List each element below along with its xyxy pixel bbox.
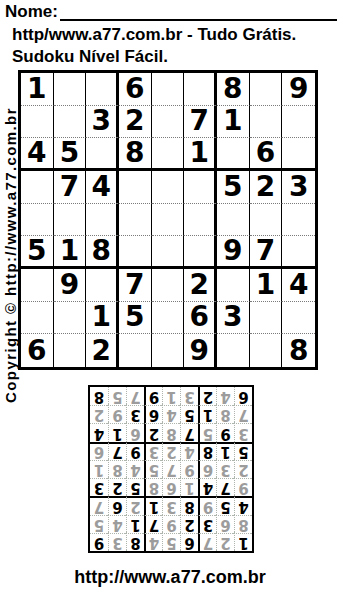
solution-cell-r8c6: 6 (144, 405, 162, 423)
solution-cell-r3c2: 5 (216, 496, 234, 514)
puzzle-cell-r6c4 (119, 236, 152, 269)
puzzle-cell-r9c7 (217, 334, 250, 367)
puzzle-cell-r5c2 (54, 204, 87, 237)
puzzle-cell-r4c6 (184, 171, 217, 204)
solution-cell-r6c1: 5 (234, 442, 252, 460)
puzzle-cell-r9c6: 9 (184, 334, 217, 367)
solution-cell-r4c3: 4 (198, 478, 216, 496)
solution-cell-r6c3: 8 (198, 442, 216, 460)
puzzle-cell-r9c3: 2 (86, 334, 119, 367)
puzzle-cell-r7c3 (86, 269, 119, 302)
puzzle-cell-r8c6: 6 (184, 302, 217, 335)
puzzle-cell-r5c9 (282, 204, 315, 237)
solution-cell-r2c1: 8 (234, 515, 252, 533)
name-blank-line (60, 4, 337, 21)
puzzle-cell-r5c1 (21, 204, 54, 237)
puzzle-cell-r8c8 (250, 302, 283, 335)
footer-url: http://www.a77.com.br (0, 567, 340, 588)
solution-cell-r7c4: 7 (180, 423, 198, 441)
solution-cell-r6c8: 7 (108, 442, 126, 460)
solution-cell-r8c3: 1 (198, 405, 216, 423)
solution-cell-r5c8: 8 (108, 460, 126, 478)
solution-cell-r1c2: 2 (216, 533, 234, 551)
solution-cell-r9c2: 4 (216, 387, 234, 405)
solution-cell-r8c7: 3 (126, 405, 144, 423)
puzzle-cell-r3c6: 1 (184, 138, 217, 171)
solution-cell-r7c5: 8 (162, 423, 180, 441)
solution-cell-r1c8: 3 (108, 533, 126, 551)
puzzle-cell-r5c7 (217, 204, 250, 237)
puzzle-cell-r8c1 (21, 302, 54, 335)
solution-cell-r5c6: 5 (144, 460, 162, 478)
solution-cell-r8c2: 8 (216, 405, 234, 423)
puzzle-cell-r4c1 (21, 171, 54, 204)
puzzle-cell-r3c3 (86, 138, 119, 171)
solution-cell-r1c9: 9 (90, 533, 108, 551)
puzzle-cell-r5c8 (250, 204, 283, 237)
solution-cell-r9c3: 2 (198, 387, 216, 405)
solution-cell-r6c2: 1 (216, 442, 234, 460)
puzzle-cell-r7c6: 2 (184, 269, 217, 302)
puzzle-cell-r9c4 (119, 334, 152, 367)
solution-cell-r9c4: 3 (180, 387, 198, 405)
solution-cell-r5c7: 4 (126, 460, 144, 478)
puzzle-cell-r7c1 (21, 269, 54, 302)
puzzle-cell-r7c9: 4 (282, 269, 315, 302)
puzzle-cell-r6c7: 9 (217, 236, 250, 269)
solution-cell-r9c5: 1 (162, 387, 180, 405)
solution-cell-r3c4: 8 (180, 496, 198, 514)
puzzle-cell-r9c2 (54, 334, 87, 367)
solution-cell-r7c6: 2 (144, 423, 162, 441)
solution-cell-r4c8: 2 (108, 478, 126, 496)
solution-cell-r6c5: 2 (162, 442, 180, 460)
puzzle-cell-r2c3: 3 (86, 106, 119, 139)
puzzle-cell-r2c6: 7 (184, 106, 217, 139)
solution-cell-r1c6: 4 (144, 533, 162, 551)
name-label: Nome: (5, 3, 58, 21)
puzzle-cell-r8c3: 1 (86, 302, 119, 335)
solution-cell-r1c7: 8 (126, 533, 144, 551)
puzzle-cell-r2c4: 2 (119, 106, 152, 139)
solution-cell-r2c7: 1 (126, 515, 144, 533)
puzzle-cell-r3c2: 5 (54, 138, 87, 171)
solution-cell-r1c1: 1 (234, 533, 252, 551)
puzzle-cell-r4c4 (119, 171, 152, 204)
solution-cell-r4c7: 5 (126, 478, 144, 496)
puzzle-cell-r8c4: 5 (119, 302, 152, 335)
puzzle-cell-r6c2: 1 (54, 236, 87, 269)
solution-cell-r4c4: 1 (180, 478, 198, 496)
puzzle-cell-r1c6 (184, 73, 217, 106)
solution-cell-r5c1: 2 (234, 460, 252, 478)
puzzle-cell-r2c5 (152, 106, 185, 139)
solution-cell-r6c4: 4 (180, 442, 198, 460)
solution-cell-r4c5: 6 (162, 478, 180, 496)
puzzle-cell-r6c5 (152, 236, 185, 269)
solution-cell-r1c4: 6 (180, 533, 198, 551)
solution-cell-r8c9: 2 (90, 405, 108, 423)
puzzle-cell-r2c1 (21, 106, 54, 139)
solution-cell-r7c8: 1 (108, 423, 126, 441)
puzzle-cell-r4c9: 3 (282, 171, 315, 204)
puzzle-cell-r1c5 (152, 73, 185, 106)
puzzle-cell-r4c8: 2 (250, 171, 283, 204)
puzzle-cell-r3c1: 4 (21, 138, 54, 171)
puzzle-cell-r3c5 (152, 138, 185, 171)
solution-cell-r3c7: 2 (126, 496, 144, 514)
puzzle-cell-r2c7: 1 (217, 106, 250, 139)
puzzle-cell-r1c9: 9 (282, 73, 315, 106)
solution-cell-r9c9: 8 (90, 387, 108, 405)
solution-cell-r7c3: 5 (198, 423, 216, 441)
puzzle-cell-r1c4: 6 (119, 73, 152, 106)
solution-cell-r5c4: 9 (180, 460, 198, 478)
puzzle-cell-r9c8 (250, 334, 283, 367)
puzzle-cell-r1c3 (86, 73, 119, 106)
solution-cell-r2c9: 5 (90, 515, 108, 533)
solution-cell-r2c2: 6 (216, 515, 234, 533)
sudoku-puzzle-grid: 168932714581674523518979721415636298 (18, 70, 318, 370)
solution-cell-r3c6: 1 (144, 496, 162, 514)
solution-cell-r8c1: 7 (234, 405, 252, 423)
solution-cell-r7c9: 4 (90, 423, 108, 441)
solution-cell-r4c2: 7 (216, 478, 234, 496)
puzzle-cell-r4c5 (152, 171, 185, 204)
puzzle-cell-r1c2 (54, 73, 87, 106)
puzzle-cell-r7c4: 7 (119, 269, 152, 302)
solution-cell-r2c8: 4 (108, 515, 126, 533)
puzzle-cell-r3c7 (217, 138, 250, 171)
solution-cell-r3c5: 3 (162, 496, 180, 514)
solution-cell-r2c4: 2 (180, 515, 198, 533)
solution-cell-r6c9: 6 (90, 442, 108, 460)
puzzle-cell-r3c9 (282, 138, 315, 171)
solution-cell-r8c4: 5 (180, 405, 198, 423)
solution-cell-r2c5: 9 (162, 515, 180, 533)
solution-cell-r3c9: 7 (90, 496, 108, 514)
solution-cell-r5c3: 6 (198, 460, 216, 478)
solution-cell-r5c9: 1 (90, 460, 108, 478)
sudoku-sheet: Nome: http/www.a77.com.br - Tudo Grátis.… (0, 0, 340, 596)
solution-cell-r9c7: 7 (126, 387, 144, 405)
sudoku-solution-grid-rotated: 1276548398632971454598312679741685232369… (88, 385, 254, 553)
solution-cell-r4c9: 3 (90, 478, 108, 496)
puzzle-cell-r7c5 (152, 269, 185, 302)
solution-cell-r6c6: 3 (144, 442, 162, 460)
puzzle-cell-r6c1: 5 (21, 236, 54, 269)
solution-cell-r8c8: 9 (108, 405, 126, 423)
puzzle-cell-r2c2 (54, 106, 87, 139)
solution-cell-r7c7: 6 (126, 423, 144, 441)
solution-cell-r1c3: 7 (198, 533, 216, 551)
name-row: Nome: (5, 3, 337, 21)
solution-cell-r3c1: 4 (234, 496, 252, 514)
puzzle-level-title: Sudoku Nível Fácil. (12, 47, 168, 67)
puzzle-cell-r3c4: 8 (119, 138, 152, 171)
puzzle-cell-r6c8: 7 (250, 236, 283, 269)
puzzle-cell-r2c9 (282, 106, 315, 139)
solution-cell-r7c2: 9 (216, 423, 234, 441)
solution-cell-r8c5: 4 (162, 405, 180, 423)
solution-cell-r4c1: 9 (234, 478, 252, 496)
puzzle-cell-r9c1: 6 (21, 334, 54, 367)
puzzle-cell-r5c5 (152, 204, 185, 237)
solution-cell-r5c2: 3 (216, 460, 234, 478)
puzzle-cell-r7c8: 1 (250, 269, 283, 302)
site-title: http/www.a77.com.br - Tudo Grátis. (12, 25, 296, 45)
puzzle-cell-r1c7: 8 (217, 73, 250, 106)
solution-cell-r7c1: 3 (234, 423, 252, 441)
solution-cell-r2c6: 7 (144, 515, 162, 533)
solution-cell-r6c7: 9 (126, 442, 144, 460)
solution-cell-r5c5: 7 (162, 460, 180, 478)
puzzle-cell-r1c8 (250, 73, 283, 106)
puzzle-cell-r6c9 (282, 236, 315, 269)
copyright-vertical-text: Copyright © http://www.a77.com.br (2, 72, 19, 438)
solution-cell-r9c1: 6 (234, 387, 252, 405)
puzzle-cell-r6c6 (184, 236, 217, 269)
puzzle-cell-r3c8: 6 (250, 138, 283, 171)
puzzle-cell-r4c2: 7 (54, 171, 87, 204)
puzzle-cell-r4c7: 5 (217, 171, 250, 204)
solution-cell-r4c6: 8 (144, 478, 162, 496)
puzzle-cell-r8c5 (152, 302, 185, 335)
solution-cell-r2c3: 3 (198, 515, 216, 533)
puzzle-cell-r1c1: 1 (21, 73, 54, 106)
puzzle-cell-r8c2 (54, 302, 87, 335)
solution-cell-r3c3: 9 (198, 496, 216, 514)
puzzle-cell-r5c3 (86, 204, 119, 237)
puzzle-cell-r7c7 (217, 269, 250, 302)
puzzle-cell-r7c2: 9 (54, 269, 87, 302)
puzzle-cell-r4c3: 4 (86, 171, 119, 204)
puzzle-cell-r2c8 (250, 106, 283, 139)
solution-cell-r3c8: 6 (108, 496, 126, 514)
puzzle-cell-r9c5 (152, 334, 185, 367)
puzzle-cell-r8c9 (282, 302, 315, 335)
puzzle-cell-r8c7: 3 (217, 302, 250, 335)
solution-cell-r9c8: 5 (108, 387, 126, 405)
puzzle-cell-r5c6 (184, 204, 217, 237)
solution-cell-r1c5: 5 (162, 533, 180, 551)
puzzle-cell-r6c3: 8 (86, 236, 119, 269)
puzzle-cell-r9c9: 8 (282, 334, 315, 367)
puzzle-cell-r5c4 (119, 204, 152, 237)
solution-cell-r9c6: 9 (144, 387, 162, 405)
